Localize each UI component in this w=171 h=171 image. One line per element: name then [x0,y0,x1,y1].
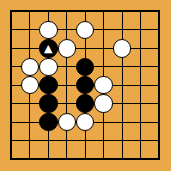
black-stone [76,58,94,76]
intersection[interactable] [2,21,20,39]
intersection[interactable] [94,94,112,112]
white-stone [39,58,57,76]
intersection[interactable] [113,94,131,112]
intersection[interactable] [21,131,39,149]
triangle-marker-icon: ▲ [44,42,52,53]
intersection[interactable] [21,58,39,76]
white-stone [94,76,112,94]
intersection[interactable] [21,21,39,39]
intersection[interactable] [150,39,168,57]
intersection[interactable] [2,76,20,94]
intersection[interactable] [58,113,76,131]
intersection[interactable] [94,58,112,76]
intersection[interactable] [131,131,149,149]
intersection[interactable] [131,39,149,57]
go-board: ▲ [0,0,171,171]
intersection[interactable] [113,21,131,39]
intersection[interactable] [150,2,168,20]
intersection[interactable] [58,39,76,57]
intersection[interactable] [150,76,168,94]
intersection[interactable] [150,21,168,39]
white-stone [58,39,76,57]
intersection[interactable] [2,58,20,76]
intersection[interactable] [21,2,39,20]
intersection[interactable] [2,150,20,168]
intersection[interactable] [21,113,39,131]
intersection[interactable] [150,150,168,168]
intersection[interactable] [131,113,149,131]
intersection[interactable] [2,131,20,149]
intersection[interactable] [76,2,94,20]
intersection[interactable] [150,131,168,149]
white-stone [76,113,94,131]
intersection[interactable] [21,94,39,112]
intersection[interactable] [131,94,149,112]
intersection[interactable] [2,113,20,131]
intersection[interactable] [76,131,94,149]
intersection[interactable] [76,94,94,112]
intersection[interactable] [39,150,57,168]
intersection[interactable] [21,76,39,94]
intersection[interactable] [39,21,57,39]
intersection[interactable] [39,94,57,112]
white-stone [21,58,39,76]
intersection[interactable] [113,2,131,20]
intersection[interactable] [2,2,20,20]
intersection[interactable] [76,21,94,39]
intersection[interactable] [131,21,149,39]
intersection[interactable] [39,58,57,76]
white-stone [21,76,39,94]
white-stone [76,21,94,39]
intersection[interactable] [131,2,149,20]
intersection[interactable] [113,150,131,168]
black-stone [39,76,57,94]
intersection[interactable] [76,39,94,57]
intersection[interactable] [2,94,20,112]
black-stone: ▲ [39,39,57,57]
intersection[interactable] [94,113,112,131]
intersection[interactable] [58,2,76,20]
intersection[interactable] [131,58,149,76]
intersection[interactable] [76,76,94,94]
intersection[interactable] [58,58,76,76]
intersection[interactable] [131,150,149,168]
white-stone [58,113,76,131]
intersection[interactable] [2,39,20,57]
intersection[interactable] [76,58,94,76]
intersection[interactable] [150,113,168,131]
intersection[interactable] [21,39,39,57]
intersection[interactable] [131,76,149,94]
intersection[interactable] [58,131,76,149]
intersection[interactable] [76,150,94,168]
intersection[interactable] [21,150,39,168]
intersection[interactable] [113,76,131,94]
intersection[interactable] [39,113,57,131]
intersection[interactable] [94,76,112,94]
intersection[interactable] [39,76,57,94]
intersection[interactable] [58,150,76,168]
intersection[interactable] [113,113,131,131]
black-stone [39,113,57,131]
white-stone [113,39,131,57]
intersection[interactable] [94,21,112,39]
black-stone [76,76,94,94]
intersection[interactable] [113,131,131,149]
intersection[interactable] [58,76,76,94]
intersection[interactable] [39,131,57,149]
intersection[interactable]: ▲ [39,39,57,57]
intersection[interactable] [94,150,112,168]
intersection[interactable] [113,39,131,57]
intersection[interactable] [150,58,168,76]
intersection[interactable] [94,39,112,57]
intersection[interactable] [39,2,57,20]
stones-grid: ▲ [2,2,168,168]
black-stone [76,94,94,112]
intersection[interactable] [150,94,168,112]
intersection[interactable] [76,113,94,131]
black-stone [39,94,57,112]
intersection[interactable] [113,58,131,76]
white-stone [94,94,112,112]
white-stone [39,21,57,39]
intersection[interactable] [58,94,76,112]
intersection[interactable] [94,2,112,20]
intersection[interactable] [58,21,76,39]
intersection[interactable] [94,131,112,149]
